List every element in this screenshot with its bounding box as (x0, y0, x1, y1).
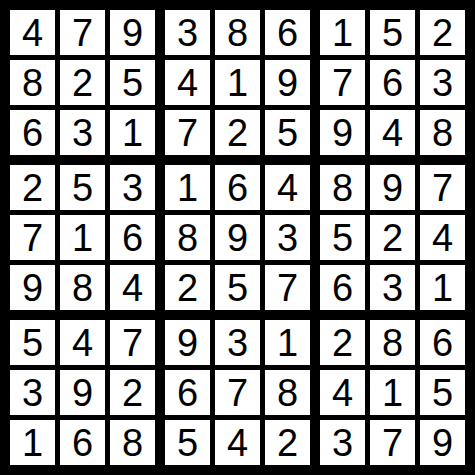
sudoku-cell-r4c9[interactable]: 7 (420, 165, 465, 210)
sudoku-cell-r7c9[interactable]: 6 (420, 320, 465, 365)
sudoku-cell-r6c4[interactable]: 2 (165, 265, 210, 310)
sudoku-cell-r4c3[interactable]: 3 (110, 165, 155, 210)
sudoku-cell-r3c9[interactable]: 8 (420, 110, 465, 155)
sudoku-cell-r8c8[interactable]: 1 (370, 370, 415, 415)
sudoku-cell-r9c9[interactable]: 9 (420, 420, 465, 465)
sudoku-cell-r7c7[interactable]: 2 (320, 320, 365, 365)
sudoku-cell-r9c7[interactable]: 3 (320, 420, 365, 465)
sudoku-cell-r4c6[interactable]: 4 (265, 165, 310, 210)
sudoku-cell-r9c2[interactable]: 6 (60, 420, 105, 465)
sudoku-cell-r8c4[interactable]: 6 (165, 370, 210, 415)
sudoku-cell-r2c3[interactable]: 5 (110, 60, 155, 105)
sudoku-cell-r9c8[interactable]: 7 (370, 420, 415, 465)
sudoku-cell-r3c2[interactable]: 3 (60, 110, 105, 155)
sudoku-cell-r6c9[interactable]: 1 (420, 265, 465, 310)
sudoku-cell-r5c8[interactable]: 2 (370, 215, 415, 260)
sudoku-cell-r1c9[interactable]: 2 (420, 10, 465, 55)
sudoku-cell-r8c9[interactable]: 5 (420, 370, 465, 415)
sudoku-cell-r2c2[interactable]: 2 (60, 60, 105, 105)
sudoku-cell-r3c6[interactable]: 5 (265, 110, 310, 155)
sudoku-cell-r7c8[interactable]: 8 (370, 320, 415, 365)
sudoku-cell-r6c6[interactable]: 7 (265, 265, 310, 310)
sudoku-cell-r4c8[interactable]: 9 (370, 165, 415, 210)
sudoku-cell-r4c1[interactable]: 2 (10, 165, 55, 210)
sudoku-cell-r7c6[interactable]: 1 (265, 320, 310, 365)
sudoku-board: 4793861528254197636317259482531648977168… (0, 0, 475, 475)
sudoku-cell-r1c3[interactable]: 9 (110, 10, 155, 55)
sudoku-cell-r7c5[interactable]: 3 (215, 320, 260, 365)
sudoku-cell-r5c1[interactable]: 7 (10, 215, 55, 260)
sudoku-cell-r1c4[interactable]: 3 (165, 10, 210, 55)
sudoku-cell-r6c2[interactable]: 8 (60, 265, 105, 310)
sudoku-cell-r3c8[interactable]: 4 (370, 110, 415, 155)
sudoku-cell-r5c4[interactable]: 8 (165, 215, 210, 260)
sudoku-cell-r3c3[interactable]: 1 (110, 110, 155, 155)
sudoku-cell-r2c9[interactable]: 3 (420, 60, 465, 105)
sudoku-cell-r1c5[interactable]: 8 (215, 10, 260, 55)
sudoku-cell-r9c6[interactable]: 2 (265, 420, 310, 465)
sudoku-cell-r6c3[interactable]: 4 (110, 265, 155, 310)
sudoku-cell-r8c2[interactable]: 9 (60, 370, 105, 415)
sudoku-cell-r9c1[interactable]: 1 (10, 420, 55, 465)
sudoku-cell-r5c2[interactable]: 1 (60, 215, 105, 260)
sudoku-cell-r1c2[interactable]: 7 (60, 10, 105, 55)
sudoku-cell-r4c5[interactable]: 6 (215, 165, 260, 210)
sudoku-cell-r6c8[interactable]: 3 (370, 265, 415, 310)
sudoku-cell-r1c1[interactable]: 4 (10, 10, 55, 55)
sudoku-cell-r2c5[interactable]: 1 (215, 60, 260, 105)
sudoku-cell-r3c1[interactable]: 6 (10, 110, 55, 155)
sudoku-cell-r5c9[interactable]: 4 (420, 215, 465, 260)
sudoku-cell-r1c7[interactable]: 1 (320, 10, 365, 55)
sudoku-cell-r4c7[interactable]: 8 (320, 165, 365, 210)
sudoku-cell-r5c3[interactable]: 6 (110, 215, 155, 260)
sudoku-cell-r7c2[interactable]: 4 (60, 320, 105, 365)
sudoku-cell-r8c6[interactable]: 8 (265, 370, 310, 415)
sudoku-cell-r7c3[interactable]: 7 (110, 320, 155, 365)
sudoku-cell-r2c1[interactable]: 8 (10, 60, 55, 105)
sudoku-cell-r8c7[interactable]: 4 (320, 370, 365, 415)
sudoku-cell-r6c7[interactable]: 6 (320, 265, 365, 310)
sudoku-cell-r3c4[interactable]: 7 (165, 110, 210, 155)
sudoku-cell-r6c1[interactable]: 9 (10, 265, 55, 310)
sudoku-cell-r5c7[interactable]: 5 (320, 215, 365, 260)
sudoku-cell-r8c1[interactable]: 3 (10, 370, 55, 415)
sudoku-cell-r4c4[interactable]: 1 (165, 165, 210, 210)
sudoku-cell-r6c5[interactable]: 5 (215, 265, 260, 310)
sudoku-cell-r7c1[interactable]: 5 (10, 320, 55, 365)
sudoku-cell-r9c4[interactable]: 5 (165, 420, 210, 465)
sudoku-cell-r1c6[interactable]: 6 (265, 10, 310, 55)
sudoku-cell-r5c6[interactable]: 3 (265, 215, 310, 260)
sudoku-cell-r2c4[interactable]: 4 (165, 60, 210, 105)
sudoku-cell-r2c7[interactable]: 7 (320, 60, 365, 105)
sudoku-cell-r3c7[interactable]: 9 (320, 110, 365, 155)
sudoku-cell-r9c3[interactable]: 8 (110, 420, 155, 465)
sudoku-cell-r3c5[interactable]: 2 (215, 110, 260, 155)
sudoku-cell-r7c4[interactable]: 9 (165, 320, 210, 365)
sudoku-cell-r8c5[interactable]: 7 (215, 370, 260, 415)
sudoku-cell-r8c3[interactable]: 2 (110, 370, 155, 415)
sudoku-cell-r1c8[interactable]: 5 (370, 10, 415, 55)
sudoku-cell-r2c6[interactable]: 9 (265, 60, 310, 105)
sudoku-cell-r4c2[interactable]: 5 (60, 165, 105, 210)
sudoku-cell-r2c8[interactable]: 6 (370, 60, 415, 105)
sudoku-cell-r9c5[interactable]: 4 (215, 420, 260, 465)
sudoku-cell-r5c5[interactable]: 9 (215, 215, 260, 260)
